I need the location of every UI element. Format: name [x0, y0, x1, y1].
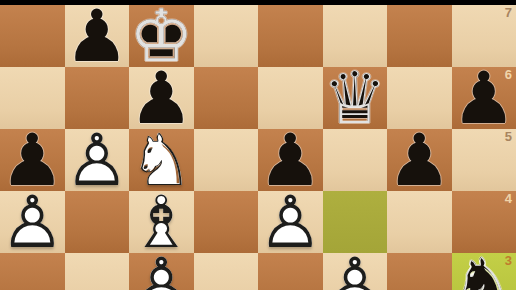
square-e3[interactable] — [258, 253, 323, 290]
square-g5[interactable]: ♟ — [387, 129, 452, 191]
piece-black-pawn-h6[interactable]: ♟ — [452, 67, 516, 129]
white-pawn-outline: ♙ — [0, 191, 65, 253]
piece-white-pawn-f3[interactable]: ♟♙ — [323, 253, 388, 290]
black-queen-outline: ♕ — [323, 67, 388, 129]
square-c3[interactable]: ♟♙ — [129, 253, 194, 290]
square-g3[interactable] — [387, 253, 452, 290]
rank-label-7: 7 — [505, 6, 512, 20]
square-b5[interactable]: ♟♙ — [65, 129, 130, 191]
white-pawn-outline: ♙ — [129, 253, 194, 290]
chess-board[interactable]: ♟♚♔7♟♛♕6♟♟♟♙♞♘♟♟5♟♙♝♗♟♙4♟♙♟♙3♞♘ — [0, 5, 516, 290]
square-h3[interactable]: 3♞♘ — [452, 253, 516, 290]
square-b4[interactable] — [65, 191, 130, 253]
square-d7[interactable] — [194, 5, 259, 67]
square-b7[interactable]: ♟ — [65, 5, 130, 67]
piece-white-pawn-b5[interactable]: ♟♙ — [65, 129, 130, 191]
piece-white-pawn-e4[interactable]: ♟♙ — [258, 191, 323, 253]
chess-video-frame: ♟♚♔7♟♛♕6♟♟♟♙♞♘♟♟5♟♙♝♗♟♙4♟♙♟♙3♞♘ — [0, 0, 516, 290]
black-knight-outline: ♘ — [452, 253, 516, 290]
piece-black-knight-h3[interactable]: ♞♘ — [452, 253, 516, 290]
rank-label-4: 4 — [505, 192, 512, 206]
white-pawn-outline: ♙ — [323, 253, 388, 290]
piece-black-pawn-b7[interactable]: ♟ — [65, 5, 130, 67]
square-a7[interactable] — [0, 5, 65, 67]
black-pawn-glyph: ♟ — [387, 129, 452, 191]
square-d5[interactable] — [194, 129, 259, 191]
black-pawn-glyph: ♟ — [452, 67, 516, 129]
black-pawn-glyph: ♟ — [65, 5, 130, 67]
square-b3[interactable] — [65, 253, 130, 290]
square-h5[interactable]: 5 — [452, 129, 516, 191]
rank-label-5: 5 — [505, 130, 512, 144]
square-e7[interactable] — [258, 5, 323, 67]
board-grid: ♟♚♔7♟♛♕6♟♟♟♙♞♘♟♟5♟♙♝♗♟♙4♟♙♟♙3♞♘ — [0, 5, 516, 290]
piece-white-pawn-a4[interactable]: ♟♙ — [0, 191, 65, 253]
square-h6[interactable]: 6♟ — [452, 67, 516, 129]
white-pawn-outline: ♙ — [258, 191, 323, 253]
square-d3[interactable] — [194, 253, 259, 290]
piece-black-queen-f6[interactable]: ♛♕ — [323, 67, 388, 129]
square-d4[interactable] — [194, 191, 259, 253]
piece-black-pawn-g5[interactable]: ♟ — [387, 129, 452, 191]
square-a3[interactable] — [0, 253, 65, 290]
square-e4[interactable]: ♟♙ — [258, 191, 323, 253]
piece-white-pawn-c3[interactable]: ♟♙ — [129, 253, 194, 290]
square-a4[interactable]: ♟♙ — [0, 191, 65, 253]
square-f6[interactable]: ♛♕ — [323, 67, 388, 129]
square-f3[interactable]: ♟♙ — [323, 253, 388, 290]
square-g4[interactable] — [387, 191, 452, 253]
square-d6[interactable] — [194, 67, 259, 129]
white-pawn-outline: ♙ — [65, 129, 130, 191]
square-f5[interactable] — [323, 129, 388, 191]
square-g7[interactable] — [387, 5, 452, 67]
